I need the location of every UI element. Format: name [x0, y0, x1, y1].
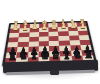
piece-black-bishop[interactable]: ♝: [62, 50, 72, 61]
piece-white-pawn[interactable]: ♟: [12, 24, 18, 31]
piece-white-pawn[interactable]: ♟: [32, 24, 38, 31]
piece-black-queen[interactable]: ♛: [51, 50, 61, 61]
piece-white-pawn[interactable]: ♟: [80, 22, 86, 29]
piece-black-bishop[interactable]: ♝: [29, 50, 39, 61]
piece-black-rook[interactable]: ♜: [83, 49, 93, 60]
piece-black-knight[interactable]: ♞: [73, 50, 83, 61]
clasp-latch: [50, 69, 59, 74]
piece-white-pawn[interactable]: ♟: [22, 24, 28, 31]
piece-white-pawn[interactable]: ♟: [41, 24, 47, 31]
piece-white-pawn[interactable]: ♟: [61, 23, 67, 30]
piece-black-king[interactable]: ♚: [40, 50, 50, 61]
piece-black-knight[interactable]: ♞: [18, 51, 28, 62]
product-photo: ♜♞♝♚♛♝♞♜♟♟♟♟♟♟♟♟♟♟♟♟♟♟♟♟♜♞♝♚♛♝♞♜: [0, 0, 100, 84]
piece-white-pawn[interactable]: ♟: [51, 23, 57, 30]
piece-black-rook[interactable]: ♜: [7, 51, 17, 62]
piece-white-pawn[interactable]: ♟: [70, 23, 76, 30]
